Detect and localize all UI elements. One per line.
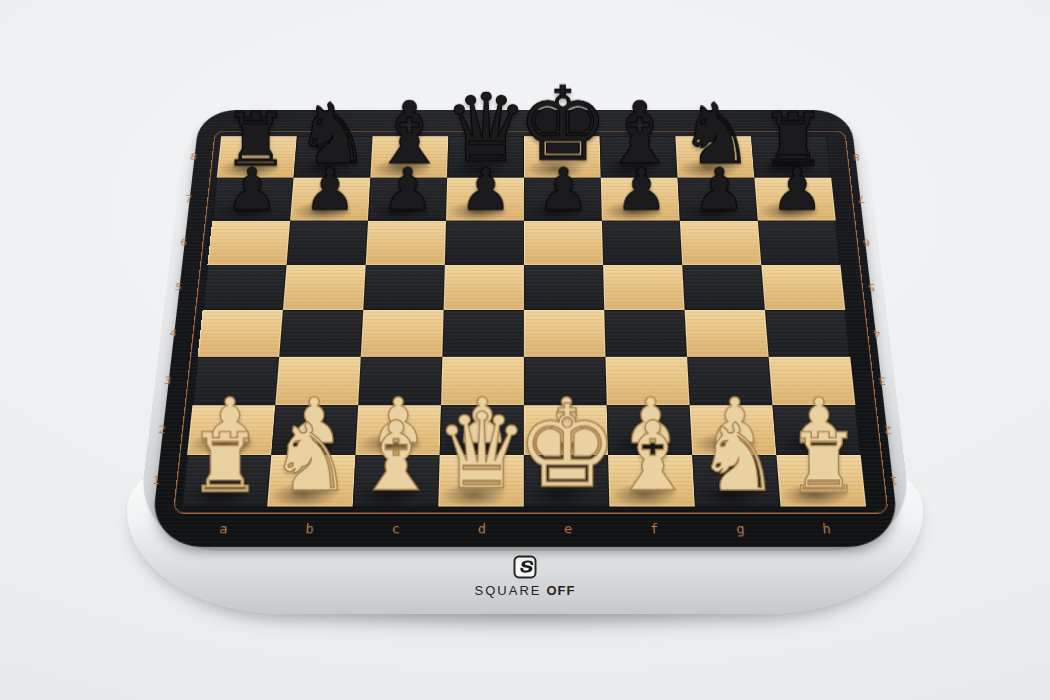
square-h4[interactable]	[765, 310, 850, 357]
file-label-g: g	[697, 517, 785, 542]
piece-white-knight[interactable]: ♞	[696, 411, 780, 504]
piece-white-bishop[interactable]: ♝	[609, 409, 695, 505]
square-c5[interactable]	[363, 265, 445, 310]
square-f1[interactable]: ♝	[608, 455, 695, 506]
piece-black-pawn[interactable]: ♟	[693, 161, 745, 219]
rank-label-left-3: 3	[154, 357, 182, 405]
square-h7[interactable]: ♟	[754, 178, 835, 221]
square-a5[interactable]	[203, 265, 287, 310]
copper-board-frame: ♜♞♝♛♚♝♞♜♟♟♟♟♟♟♟♟♟♟♟♟♟♟♟♟♜♞♝♛♚♝♞♜	[173, 131, 889, 514]
square-a4[interactable]	[198, 310, 283, 357]
square-g4[interactable]	[685, 310, 769, 357]
square-b5[interactable]	[283, 265, 366, 310]
piece-black-pawn[interactable]: ♟	[459, 161, 511, 219]
square-b7[interactable]: ♟	[290, 178, 370, 221]
square-c6[interactable]	[366, 221, 446, 265]
piece-white-king[interactable]: ♚	[516, 390, 618, 504]
piece-black-pawn[interactable]: ♟	[615, 161, 667, 219]
rank-label-left-5: 5	[165, 265, 192, 310]
square-h6[interactable]	[758, 221, 841, 265]
square-h5[interactable]	[761, 265, 845, 310]
square-c7[interactable]: ♟	[368, 178, 447, 221]
square-b4[interactable]	[279, 310, 363, 357]
piece-black-pawn[interactable]: ♟	[771, 161, 823, 219]
rank-label-left-1: 1	[142, 455, 171, 506]
file-label-c: c	[352, 517, 439, 542]
rank-label-left-2: 2	[148, 405, 176, 455]
square-e1[interactable]: ♚	[524, 455, 610, 506]
square-d4[interactable]	[442, 310, 524, 357]
square-a7[interactable]: ♟	[212, 178, 293, 221]
piece-black-pawn[interactable]: ♟	[303, 161, 355, 219]
square-c4[interactable]	[361, 310, 444, 357]
square-g6[interactable]	[680, 221, 761, 265]
square-d5[interactable]	[444, 265, 524, 310]
square-e6[interactable]	[524, 221, 603, 265]
square-d6[interactable]	[445, 221, 524, 265]
file-label-b: b	[266, 517, 354, 542]
piece-white-rook[interactable]: ♜	[188, 422, 262, 504]
rank-label-left-8: 8	[181, 136, 206, 178]
piece-black-pawn[interactable]: ♟	[537, 161, 589, 219]
square-b1[interactable]: ♞	[267, 455, 355, 506]
piece-white-bishop[interactable]: ♝	[353, 409, 439, 505]
square-e7[interactable]: ♟	[524, 178, 602, 221]
square-c1[interactable]: ♝	[353, 455, 440, 506]
square-e5[interactable]	[524, 265, 604, 310]
square-g5[interactable]	[682, 265, 765, 310]
rank-label-left-6: 6	[171, 221, 197, 265]
file-label-a: a	[179, 517, 267, 542]
square-h1[interactable]: ♜	[776, 455, 866, 506]
piece-white-rook[interactable]: ♜	[786, 422, 860, 504]
piece-white-queen[interactable]: ♛	[434, 400, 528, 505]
square-e4[interactable]	[524, 310, 606, 357]
square-f5[interactable]	[603, 265, 685, 310]
rank-label-left-4: 4	[160, 310, 187, 357]
piece-white-knight[interactable]: ♞	[268, 411, 352, 504]
square-d7[interactable]: ♟	[446, 178, 524, 221]
squareoff-knight-monogram-icon	[513, 555, 537, 579]
square-g7[interactable]: ♟	[678, 178, 758, 221]
square-a1[interactable]: ♜	[182, 455, 272, 506]
file-label-d: d	[439, 517, 525, 542]
brand-wordmark: SQUAREOFF	[475, 583, 576, 598]
rank-label-left-7: 7	[176, 178, 202, 221]
square-f7[interactable]: ♟	[601, 178, 680, 221]
brand-word-off: OFF	[546, 583, 575, 598]
piece-black-pawn[interactable]: ♟	[225, 161, 277, 219]
square-d1[interactable]: ♛	[438, 455, 524, 506]
chess-board-deck: 87654321 87654321 abcdefgh ♜♞♝♛♚♝♞♜♟♟♟♟♟…	[150, 110, 901, 547]
square-b6[interactable]	[287, 221, 368, 265]
square-f4[interactable]	[604, 310, 687, 357]
brand-logo: SQUAREOFF	[127, 555, 923, 598]
file-label-h: h	[782, 517, 870, 542]
file-label-f: f	[611, 517, 698, 542]
brand-word-square: SQUARE	[475, 583, 542, 598]
file-labels-bottom: abcdefgh	[179, 517, 871, 542]
square-g1[interactable]: ♞	[692, 455, 780, 506]
square-a6[interactable]	[207, 221, 290, 265]
product-photo-stage: SQUAREOFF 87654321 87654321 abcdefgh ♜♞♝…	[0, 0, 1050, 700]
board-grid: ♜♞♝♛♚♝♞♜♟♟♟♟♟♟♟♟♟♟♟♟♟♟♟♟♜♞♝♛♚♝♞♜	[182, 136, 880, 506]
file-label-e: e	[525, 517, 611, 542]
square-f6[interactable]	[602, 221, 682, 265]
piece-black-pawn[interactable]: ♟	[381, 161, 433, 219]
